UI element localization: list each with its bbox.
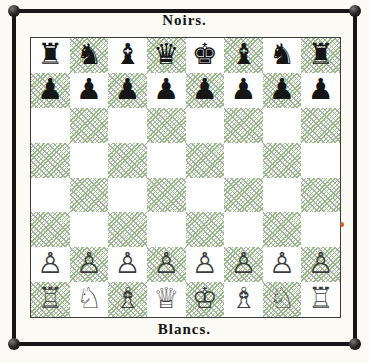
piece-white-knight: ♘	[76, 284, 102, 313]
square-g4	[263, 178, 302, 213]
square-h7: ♟	[301, 73, 340, 108]
piece-black-king: ♚	[192, 40, 218, 69]
frame-knob-bottom-right-icon	[349, 338, 361, 350]
square-b4	[70, 178, 109, 213]
square-e3	[186, 212, 225, 247]
square-g7: ♟	[263, 73, 302, 108]
square-a7: ♟	[31, 73, 70, 108]
piece-black-rook: ♜	[37, 40, 63, 69]
piece-white-king: ♔	[192, 284, 218, 313]
square-f1: ♗	[224, 282, 263, 317]
square-g5	[263, 143, 302, 178]
piece-white-bishop: ♗	[230, 284, 256, 313]
square-d2: ♙	[147, 247, 186, 282]
piece-white-queen: ♕	[153, 284, 179, 313]
square-d8: ♛	[147, 38, 186, 73]
square-e7: ♟	[186, 73, 225, 108]
piece-white-knight: ♘	[269, 284, 295, 313]
piece-black-pawn: ♟	[37, 75, 63, 104]
square-e6	[186, 108, 225, 143]
square-a6	[31, 108, 70, 143]
piece-black-rook: ♜	[308, 40, 334, 69]
square-d6	[147, 108, 186, 143]
square-c7: ♟	[108, 73, 147, 108]
piece-black-pawn: ♟	[308, 75, 334, 104]
piece-black-pawn: ♟	[230, 75, 256, 104]
square-d4	[147, 178, 186, 213]
square-b3	[70, 212, 109, 247]
book-page: Noirs. ♜♞♝♛♚♝♞♜♟♟♟♟♟♟♟♟♙♙♙♙♙♙♙♙♖♘♗♕♔♗♘♖ …	[0, 0, 369, 363]
square-e8: ♚	[186, 38, 225, 73]
square-h6	[301, 108, 340, 143]
piece-white-pawn: ♙	[153, 249, 179, 278]
square-h2: ♙	[301, 247, 340, 282]
piece-white-rook: ♖	[308, 284, 334, 313]
frame-knob-bottom-left-icon	[8, 338, 20, 350]
square-d3	[147, 212, 186, 247]
paper-speck	[340, 222, 344, 227]
square-d5	[147, 143, 186, 178]
square-b6	[70, 108, 109, 143]
piece-black-bishop: ♝	[230, 40, 256, 69]
piece-white-pawn: ♙	[308, 249, 334, 278]
square-g1: ♘	[263, 282, 302, 317]
square-a1: ♖	[31, 282, 70, 317]
board: ♜♞♝♛♚♝♞♜♟♟♟♟♟♟♟♟♙♙♙♙♙♙♙♙♖♘♗♕♔♗♘♖	[30, 37, 341, 318]
piece-black-pawn: ♟	[153, 75, 179, 104]
black-side-label: Noirs.	[0, 12, 369, 29]
square-c6	[108, 108, 147, 143]
piece-white-pawn: ♙	[269, 249, 295, 278]
square-d1: ♕	[147, 282, 186, 317]
square-f7: ♟	[224, 73, 263, 108]
square-g3	[263, 212, 302, 247]
square-c8: ♝	[108, 38, 147, 73]
square-c2: ♙	[108, 247, 147, 282]
square-f2: ♙	[224, 247, 263, 282]
square-c4	[108, 178, 147, 213]
square-f6	[224, 108, 263, 143]
piece-black-knight: ♞	[76, 40, 102, 69]
square-a4	[31, 178, 70, 213]
square-e1: ♔	[186, 282, 225, 317]
piece-white-pawn: ♙	[230, 249, 256, 278]
square-f4	[224, 178, 263, 213]
square-d7: ♟	[147, 73, 186, 108]
piece-black-queen: ♛	[153, 40, 179, 69]
square-h4	[301, 178, 340, 213]
square-g8: ♞	[263, 38, 302, 73]
square-e5	[186, 143, 225, 178]
square-a8: ♜	[31, 38, 70, 73]
square-e4	[186, 178, 225, 213]
square-f5	[224, 143, 263, 178]
piece-black-pawn: ♟	[115, 75, 141, 104]
square-g6	[263, 108, 302, 143]
square-a3	[31, 212, 70, 247]
square-h1: ♖	[301, 282, 340, 317]
piece-white-pawn: ♙	[37, 249, 63, 278]
square-b1: ♘	[70, 282, 109, 317]
white-side-label: Blancs.	[0, 321, 369, 338]
square-a2: ♙	[31, 247, 70, 282]
square-b8: ♞	[70, 38, 109, 73]
square-f8: ♝	[224, 38, 263, 73]
square-b7: ♟	[70, 73, 109, 108]
piece-black-pawn: ♟	[269, 75, 295, 104]
square-c3	[108, 212, 147, 247]
square-a5	[31, 143, 70, 178]
square-g2: ♙	[263, 247, 302, 282]
piece-white-pawn: ♙	[76, 249, 102, 278]
square-h3	[301, 212, 340, 247]
piece-black-pawn: ♟	[76, 75, 102, 104]
square-c1: ♗	[108, 282, 147, 317]
square-h5	[301, 143, 340, 178]
square-b5	[70, 143, 109, 178]
piece-white-rook: ♖	[37, 284, 63, 313]
square-h8: ♜	[301, 38, 340, 73]
square-b2: ♙	[70, 247, 109, 282]
piece-white-bishop: ♗	[115, 284, 141, 313]
piece-white-pawn: ♙	[192, 249, 218, 278]
square-f3	[224, 212, 263, 247]
piece-white-pawn: ♙	[115, 249, 141, 278]
square-e2: ♙	[186, 247, 225, 282]
square-c5	[108, 143, 147, 178]
piece-black-pawn: ♟	[192, 75, 218, 104]
piece-black-knight: ♞	[269, 40, 295, 69]
piece-black-bishop: ♝	[115, 40, 141, 69]
